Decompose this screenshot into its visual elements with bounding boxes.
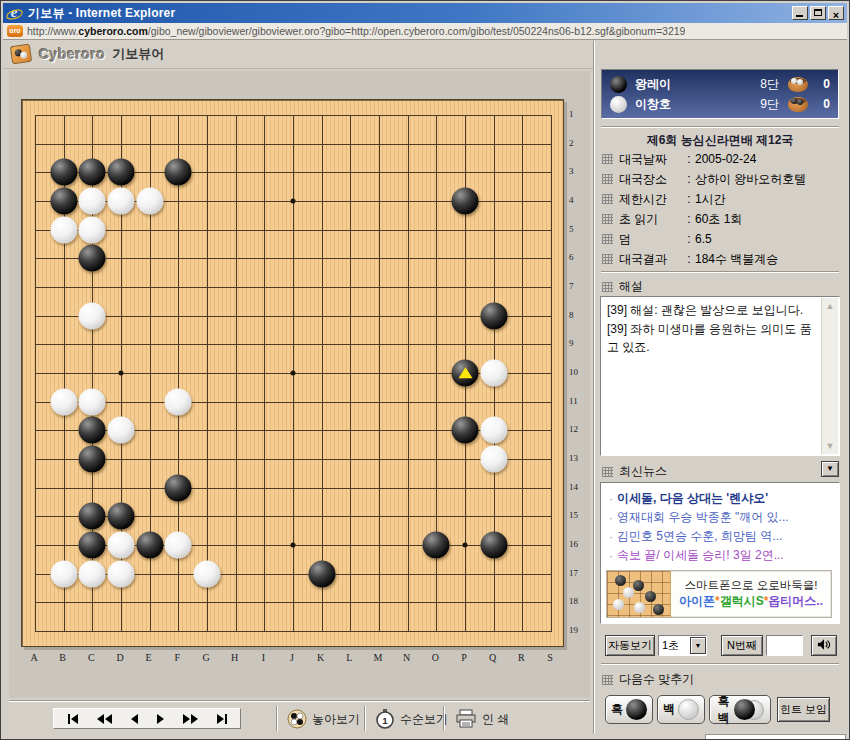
- board-panel: ABCDEFGHIJKLMNOPQRS 12345678910111213141…: [9, 71, 590, 698]
- stone-black-C3[interactable]: [79, 159, 106, 186]
- black-white-stones-icon: [734, 699, 764, 721]
- interval-value: 1초: [659, 638, 690, 653]
- guess-next-header: 다음수 맞추기: [602, 671, 694, 688]
- column-label-A: A: [30, 652, 37, 663]
- speaker-icon: [817, 639, 831, 650]
- news-link-text[interactable]: 김민호 5연승 수훈, 희망팀 역...: [617, 528, 782, 545]
- black-player-name: 왕레이: [635, 76, 671, 93]
- info-colon: :: [683, 172, 695, 186]
- try-moves-label: 놓아보기: [312, 711, 360, 728]
- column-label-I: I: [262, 652, 265, 663]
- news-header: 최신뉴스: [602, 463, 667, 480]
- try-moves-button[interactable]: 놓아보기: [287, 707, 360, 731]
- stone-black-D3[interactable]: [108, 159, 135, 186]
- row-label-17: 17: [569, 568, 578, 578]
- row-label-1: 1: [569, 109, 574, 119]
- move-number-input[interactable]: [766, 635, 803, 656]
- white-player-rank: 9단: [760, 96, 779, 113]
- panel-divider: [593, 41, 595, 734]
- oro-favicon-icon: oro: [7, 25, 23, 37]
- row-label-18: 18: [569, 596, 578, 606]
- row-label-10: 10: [569, 367, 578, 377]
- last-move-triangle-marker: [458, 367, 472, 378]
- column-label-H: H: [231, 652, 238, 663]
- info-label: 대국장소: [619, 171, 683, 188]
- move-nav-bar: [53, 708, 241, 729]
- stone-black-P10[interactable]: [452, 360, 479, 387]
- commentary-scrollbar[interactable]: ▲ ▼: [821, 298, 838, 454]
- toolbar-separator: [364, 706, 365, 731]
- row-label-6: 6: [569, 252, 574, 262]
- close-button[interactable]: ×: [828, 6, 844, 20]
- news-link[interactable]: ·김민호 5연승 수훈, 희망팀 역...: [607, 527, 835, 546]
- grid-icon: [602, 174, 613, 184]
- news-box: ·이세돌, 다음 상대는 '롄샤오'·영재대회 우승 박종훈 "깨어 있...·…: [600, 482, 840, 624]
- row-label-19: 19: [569, 625, 578, 635]
- white-stone-icon: [610, 96, 627, 113]
- minimize-icon: [796, 15, 803, 17]
- stone-white-C8[interactable]: [79, 302, 106, 329]
- info-colon: :: [683, 252, 695, 266]
- stone-black-F14[interactable]: [165, 474, 192, 501]
- column-label-O: O: [432, 652, 439, 663]
- column-label-K: K: [317, 652, 324, 663]
- ad-line2-segment: 아이폰: [679, 594, 715, 608]
- star-point: [291, 371, 296, 376]
- info-colon: :: [683, 212, 695, 226]
- printer-icon: [455, 709, 477, 729]
- column-label-Q: Q: [489, 652, 496, 663]
- game-info-row: 대국장소:상하이 왕바오허호텔: [602, 169, 840, 189]
- white-captures-bowl-icon: [788, 97, 808, 112]
- game-info-row: 덤:6.5: [602, 229, 840, 249]
- guess-black-button[interactable]: 흑: [605, 695, 653, 724]
- grid-icon: [602, 194, 613, 204]
- stone-black-P12[interactable]: [452, 417, 479, 444]
- app-title: 기보뷰어: [112, 45, 164, 63]
- stone-black-B3[interactable]: [50, 159, 77, 186]
- column-label-P: P: [461, 652, 467, 663]
- stone-white-D17[interactable]: [108, 560, 135, 587]
- news-link-text[interactable]: 속보 끝/ 이세돌 승리! 3일 2연...: [617, 547, 784, 564]
- forward-move-button[interactable]: [179, 712, 202, 726]
- stone-white-B17[interactable]: [50, 560, 77, 587]
- row-label-2: 2: [569, 138, 574, 148]
- guess-both-button[interactable]: 흑백: [709, 695, 771, 724]
- column-label-D: D: [116, 652, 123, 663]
- nth-move-button[interactable]: N번째: [721, 635, 763, 656]
- prev-icon: [131, 714, 138, 724]
- info-colon: :: [683, 152, 695, 166]
- black-stone-icon: [610, 76, 627, 93]
- game-title: 제6회 농심신라면배 제12국: [599, 132, 841, 149]
- info-value: 60초 1회: [695, 211, 742, 228]
- ad-line1: 스마트폰으로 오로바둑을!: [671, 578, 831, 593]
- game-info-row: 초 읽기:60초 1회: [602, 209, 840, 229]
- info-label: 대국결과: [619, 251, 683, 268]
- stone-black-C12[interactable]: [79, 417, 106, 444]
- news-link[interactable]: ·속보 끝/ 이세돌 승리! 3일 2연...: [607, 546, 835, 565]
- rewind-icon: [105, 714, 112, 724]
- news-link-text[interactable]: 이세돌, 다음 상대는 '롄샤오': [617, 490, 768, 507]
- grid-icon: [602, 154, 613, 164]
- navigation-toolbar: 놓아보기 1 수순보기 인 쇄: [9, 701, 590, 734]
- info-value: 상하이 왕바오허호텔: [695, 171, 806, 188]
- next-move-button[interactable]: [153, 712, 168, 726]
- title-bar[interactable]: e 기보뷰 - Internet Explorer ×: [3, 3, 847, 23]
- close-icon: ×: [833, 9, 839, 21]
- commentary-header-label: 해설: [619, 278, 643, 295]
- move-order-button[interactable]: 1 수순보기: [375, 707, 448, 731]
- stone-white-F16[interactable]: [165, 532, 192, 559]
- column-label-F: F: [175, 652, 181, 663]
- row-label-14: 14: [569, 482, 578, 492]
- stone-white-D12[interactable]: [108, 417, 135, 444]
- address-bar[interactable]: oro http://www.cyberoro.com/gibo_new/gib…: [3, 23, 847, 40]
- toolbar-separator: [443, 706, 444, 731]
- grid-icon: [602, 234, 613, 244]
- column-label-C: C: [88, 652, 95, 663]
- column-label-S: S: [547, 652, 553, 663]
- column-label-N: N: [403, 652, 410, 663]
- info-value: 184수 백불계승: [695, 251, 778, 268]
- black-capture-count: 0: [816, 77, 830, 91]
- brand-name: Cyberoro: [39, 46, 105, 62]
- news-list: ·이세돌, 다음 상대는 '롄샤오'·영재대회 우승 박종훈 "깨어 있...·…: [607, 489, 835, 565]
- column-label-G: G: [202, 652, 209, 663]
- stone-black-O16[interactable]: [423, 532, 450, 559]
- row-label-4: 4: [569, 195, 574, 205]
- column-label-B: B: [59, 652, 66, 663]
- stone-white-D16[interactable]: [108, 532, 135, 559]
- stone-white-C4[interactable]: [79, 188, 106, 215]
- ad-line2-segment: 갤럭시S: [720, 594, 764, 608]
- goban-grid[interactable]: [35, 115, 552, 632]
- info-label: 덤: [619, 231, 683, 248]
- row-label-11: 11: [569, 396, 578, 406]
- grid-icon: [602, 467, 613, 477]
- info-value: 1시간: [695, 191, 726, 208]
- stone-black-P4[interactable]: [452, 188, 479, 215]
- column-label-E: E: [146, 652, 152, 663]
- column-label-J: J: [290, 652, 294, 663]
- grid-icon: [602, 214, 613, 224]
- url-text[interactable]: http://www.cyberoro.com/gibo_new/gibovie…: [27, 25, 685, 37]
- news-link[interactable]: ·이세돌, 다음 상대는 '롄샤오': [607, 489, 835, 508]
- info-label: 대국날짜: [619, 151, 683, 168]
- star-point: [291, 199, 296, 204]
- row-label-13: 13: [569, 453, 578, 463]
- stone-black-C16[interactable]: [79, 532, 106, 559]
- internet-explorer-icon: e: [6, 5, 22, 21]
- stone-black-D15[interactable]: [108, 503, 135, 530]
- maximize-button[interactable]: [810, 6, 826, 20]
- maximize-icon: [814, 9, 822, 16]
- move-order-label: 수순보기: [400, 711, 448, 728]
- stone-black-F3[interactable]: [165, 159, 192, 186]
- guess-black-label: 흑: [611, 701, 623, 718]
- stone-white-F11[interactable]: [165, 388, 192, 415]
- stone-black-Q8[interactable]: [480, 302, 507, 329]
- stone-white-B5[interactable]: [50, 216, 77, 243]
- ad-go-image: [607, 571, 671, 617]
- rewind-icon: [97, 714, 104, 724]
- row-label-3: 3: [569, 166, 574, 176]
- stone-white-B11[interactable]: [50, 388, 77, 415]
- stone-black-Q16[interactable]: [480, 532, 507, 559]
- forward-icon: [191, 714, 198, 724]
- news-dropdown-button[interactable]: ▼: [821, 461, 839, 477]
- first-icon: [71, 714, 78, 724]
- row-label-16: 16: [569, 539, 578, 549]
- app-header: Cyberoro 기보뷰어: [3, 40, 593, 69]
- scroll-down-icon[interactable]: ▼: [822, 441, 838, 451]
- forward-icon: [183, 714, 190, 724]
- commentary-header: 해설: [602, 278, 643, 295]
- stone-white-Q13[interactable]: [480, 446, 507, 473]
- ad-line2: 아이폰*갤럭시S*옵티머스..: [671, 593, 831, 610]
- info-colon: :: [683, 232, 695, 246]
- bullet-icon: ·: [609, 530, 613, 544]
- black-captures-bowl-icon: [788, 77, 808, 92]
- divider: [601, 271, 839, 273]
- star-point: [463, 543, 468, 548]
- first-icon: [68, 714, 70, 724]
- grid-icon: [602, 282, 613, 292]
- ad-banner[interactable]: 스마트폰으로 오로바둑을! 아이폰*갤럭시S*옵티머스..: [606, 570, 832, 618]
- row-label-5: 5: [569, 224, 574, 234]
- guess-white-button[interactable]: 백: [657, 695, 705, 724]
- row-label-7: 7: [569, 281, 574, 291]
- player-black-row: 왕레이 8단 0: [610, 76, 830, 93]
- stone-black-B4[interactable]: [50, 188, 77, 215]
- news-link-text[interactable]: 영재대회 우승 박종훈 "깨어 있...: [617, 509, 789, 526]
- first-move-button[interactable]: [64, 712, 82, 726]
- print-button[interactable]: 인 쇄: [455, 707, 509, 731]
- move-order-icon: 1: [375, 709, 395, 729]
- game-info-row: 대국날짜:2005-02-24: [602, 149, 840, 169]
- ad-text: 스마트폰으로 오로바둑을! 아이폰*갤럭시S*옵티머스..: [671, 578, 831, 610]
- guess-white-label: 백: [663, 701, 675, 718]
- next-icon: [157, 714, 164, 724]
- news-header-label: 최신뉴스: [619, 463, 667, 480]
- guess-both-label: 흑백: [716, 693, 731, 727]
- row-label-9: 9: [569, 338, 574, 348]
- window-title: 기보뷰 - Internet Explorer: [28, 5, 175, 22]
- prev-move-button[interactable]: [127, 712, 142, 726]
- bullet-icon: ·: [609, 511, 613, 525]
- bullet-icon: ·: [609, 549, 613, 563]
- chevron-down-icon[interactable]: ▼: [690, 637, 706, 654]
- toolbar-separator: [276, 706, 277, 731]
- grid-icon: [602, 254, 613, 264]
- cyberoro-logo-icon: [10, 44, 32, 65]
- auto-view-button[interactable]: 자동보기: [605, 635, 655, 656]
- stone-white-C5[interactable]: [79, 216, 106, 243]
- stone-white-D4[interactable]: [108, 188, 135, 215]
- window-controls: ×: [792, 6, 844, 20]
- stone-white-C11[interactable]: [79, 388, 106, 415]
- bullet-icon: ·: [609, 492, 613, 506]
- divider: [601, 126, 839, 128]
- sound-button[interactable]: [811, 635, 837, 656]
- black-stone-icon: [626, 699, 647, 720]
- game-info-row: 제한시간:1시간: [602, 189, 840, 209]
- ad-line2-segment: 옵티머스..: [768, 594, 823, 608]
- commentary-box: [39] 해설: 괜찮은 발상으로 보입니다. [39] 좌하 미생마를 응원하…: [600, 296, 840, 456]
- goban[interactable]: [21, 99, 564, 647]
- game-info-list: 대국날짜:2005-02-24대국장소:상하이 왕바오허호텔제한시간:1시간초 …: [602, 149, 840, 269]
- stone-white-G17[interactable]: [194, 560, 221, 587]
- stone-white-Q12[interactable]: [480, 417, 507, 444]
- white-capture-count: 0: [816, 97, 830, 111]
- go-stones-icon: [287, 709, 307, 729]
- row-label-8: 8: [569, 310, 574, 320]
- players-panel: 왕레이 8단 0 이창호 9단 0: [601, 69, 839, 119]
- svg-text:1: 1: [382, 716, 387, 726]
- last-icon: [225, 714, 227, 724]
- divider: [601, 663, 839, 665]
- info-label: 초 읽기: [619, 211, 683, 228]
- star-point: [119, 371, 124, 376]
- star-point: [291, 543, 296, 548]
- browser-window: e 기보뷰 - Internet Explorer × oro http://w…: [0, 0, 850, 740]
- scroll-up-icon[interactable]: ▲: [822, 301, 838, 311]
- rewind-move-button[interactable]: [93, 712, 116, 726]
- info-label: 제한시간: [619, 191, 683, 208]
- print-label: 인 쇄: [482, 711, 509, 728]
- stone-black-C13[interactable]: [79, 446, 106, 473]
- player-white-row: 이창호 9단 0: [610, 96, 830, 113]
- last-icon: [217, 714, 224, 724]
- row-label-12: 12: [569, 424, 578, 434]
- stone-black-C15[interactable]: [79, 503, 106, 530]
- info-value: 6.5: [695, 232, 712, 246]
- partial-status-element: [705, 734, 846, 740]
- commentary-text: [39] 해설: 괜찮은 발상으로 보입니다. [39] 좌하 미생마를 응원하…: [607, 301, 817, 451]
- stone-black-C6[interactable]: [79, 245, 106, 272]
- last-move-button[interactable]: [213, 712, 231, 726]
- news-link[interactable]: ·영재대회 우승 박종훈 "깨어 있...: [607, 508, 835, 527]
- info-value: 2005-02-24: [695, 152, 756, 166]
- stone-black-E16[interactable]: [136, 532, 163, 559]
- guess-next-label: 다음수 맞추기: [619, 671, 694, 688]
- stone-white-E4[interactable]: [136, 188, 163, 215]
- column-label-R: R: [518, 652, 525, 663]
- show-hint-button[interactable]: 힌트 보임: [777, 697, 830, 722]
- interval-select[interactable]: 1초 ▼: [658, 635, 707, 656]
- grid-icon: [602, 675, 613, 685]
- column-label-M: M: [374, 652, 383, 663]
- white-stone-icon: [678, 699, 699, 720]
- column-label-L: L: [346, 652, 352, 663]
- stone-black-K17[interactable]: [308, 560, 335, 587]
- white-player-name: 이창호: [635, 96, 671, 113]
- game-info-row: 대국결과:184수 백불계승: [602, 249, 840, 269]
- stone-white-Q10[interactable]: [480, 360, 507, 387]
- row-label-15: 15: [569, 510, 578, 520]
- black-player-rank: 8단: [760, 76, 779, 93]
- info-colon: :: [683, 192, 695, 206]
- minimize-button[interactable]: [792, 6, 808, 20]
- stone-white-C17[interactable]: [79, 560, 106, 587]
